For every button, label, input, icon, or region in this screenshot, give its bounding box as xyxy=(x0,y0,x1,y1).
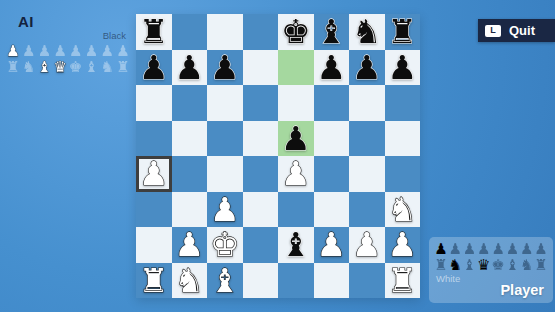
black-pawn-a7: ♟ xyxy=(139,50,169,86)
tray-row: ♟♟♟♟♟♟♟♟ xyxy=(6,43,130,59)
captured-black-pawn-icon: ♟ xyxy=(448,241,462,257)
captured-white-pawn-icon: ♟ xyxy=(69,43,83,59)
square-f5[interactable] xyxy=(314,121,350,157)
square-b5[interactable] xyxy=(172,121,208,157)
square-g1[interactable] xyxy=(349,263,385,299)
square-e6[interactable] xyxy=(278,85,314,121)
white-pawn-h2: ♟ xyxy=(387,227,417,263)
square-a8[interactable]: ♜ xyxy=(136,14,172,50)
square-g3[interactable] xyxy=(349,192,385,228)
white-bishop-c1: ♝ xyxy=(210,263,240,299)
square-c4[interactable] xyxy=(207,156,243,192)
tray-row: ♜♞♝♛♚♝♞♜ xyxy=(434,257,548,273)
square-b7[interactable]: ♟ xyxy=(172,50,208,86)
captured-white-king-icon: ♚ xyxy=(69,59,83,75)
square-h3[interactable]: ♞ xyxy=(385,192,421,228)
black-pawn-f7: ♟ xyxy=(316,50,346,86)
quit-button[interactable]: L Quit xyxy=(478,19,555,42)
square-f4[interactable] xyxy=(314,156,350,192)
square-d2[interactable] xyxy=(243,227,279,263)
square-e7[interactable] xyxy=(278,50,314,86)
white-pawn-e4: ♟ xyxy=(281,156,311,192)
player-panel: ♟♟♟♟♟♟♟♟♜♞♝♛♚♝♞♜ White Player xyxy=(429,237,553,303)
square-h1[interactable]: ♜ xyxy=(385,263,421,299)
white-pawn-g2: ♟ xyxy=(352,227,382,263)
captured-black-pawn-icon: ♟ xyxy=(491,241,505,257)
square-g4[interactable] xyxy=(349,156,385,192)
square-d1[interactable] xyxy=(243,263,279,299)
captured-white-pawn-icon: ♟ xyxy=(100,43,114,59)
square-c5[interactable] xyxy=(207,121,243,157)
square-h5[interactable] xyxy=(385,121,421,157)
quit-button-label: Quit xyxy=(509,23,535,38)
square-b3[interactable] xyxy=(172,192,208,228)
captured-white-bishop-icon: ♝ xyxy=(85,59,99,75)
square-a6[interactable] xyxy=(136,85,172,121)
captured-white-pawn-icon: ♟ xyxy=(37,43,51,59)
square-h4[interactable] xyxy=(385,156,421,192)
captured-black-rook-icon: ♜ xyxy=(534,257,548,273)
captured-white-rook-icon: ♜ xyxy=(6,59,20,75)
player-side-label: White xyxy=(436,273,460,284)
square-d7[interactable] xyxy=(243,50,279,86)
square-f8[interactable]: ♝ xyxy=(314,14,350,50)
square-a4[interactable]: ♟ xyxy=(136,156,172,192)
captured-black-pawn-icon: ♟ xyxy=(477,241,491,257)
square-b8[interactable] xyxy=(172,14,208,50)
captured-white-pawn-icon: ♟ xyxy=(116,43,130,59)
square-e4[interactable]: ♟ xyxy=(278,156,314,192)
square-d8[interactable] xyxy=(243,14,279,50)
square-e2[interactable]: ♝ xyxy=(278,227,314,263)
captured-black-king-icon: ♚ xyxy=(491,257,505,273)
square-a7[interactable]: ♟ xyxy=(136,50,172,86)
square-g7[interactable]: ♟ xyxy=(349,50,385,86)
captured-black-pawn-icon: ♟ xyxy=(534,241,548,257)
black-bishop-f8: ♝ xyxy=(316,14,346,50)
game-screen: AI Black ♟♟♟♟♟♟♟♟♜♞♝♛♚♝♞♜ ♜♚♝♞♜♟♟♟♟♟♟♟♟♟… xyxy=(0,0,555,312)
square-d4[interactable] xyxy=(243,156,279,192)
black-rook-h8: ♜ xyxy=(387,14,417,50)
opponent-side-label: Black xyxy=(20,30,126,41)
square-g2[interactable]: ♟ xyxy=(349,227,385,263)
captured-white-queen-icon: ♛ xyxy=(53,59,67,75)
square-f3[interactable] xyxy=(314,192,350,228)
captured-white-pawn-icon: ♟ xyxy=(22,43,36,59)
captured-black-knight-icon: ♞ xyxy=(448,257,462,273)
captured-black-rook-icon: ♜ xyxy=(434,257,448,273)
tray-row: ♜♞♝♛♚♝♞♜ xyxy=(6,59,130,75)
square-g5[interactable] xyxy=(349,121,385,157)
square-h7[interactable]: ♟ xyxy=(385,50,421,86)
white-rook-a1: ♜ xyxy=(139,263,169,299)
square-d3[interactable] xyxy=(243,192,279,228)
square-c3[interactable]: ♟ xyxy=(207,192,243,228)
square-d5[interactable] xyxy=(243,121,279,157)
chess-board[interactable]: ♜♚♝♞♜♟♟♟♟♟♟♟♟♟♟♞♟♚♝♟♟♟♜♞♝♜ xyxy=(136,14,420,298)
captured-white-pawn-icon: ♟ xyxy=(85,43,99,59)
black-bishop-e2: ♝ xyxy=(281,227,311,263)
square-b6[interactable] xyxy=(172,85,208,121)
white-pawn-a4: ♟ xyxy=(139,156,169,192)
square-e5[interactable]: ♟ xyxy=(278,121,314,157)
black-pawn-g7: ♟ xyxy=(352,50,382,86)
square-e8[interactable]: ♚ xyxy=(278,14,314,50)
square-c2[interactable]: ♚ xyxy=(207,227,243,263)
square-e1[interactable] xyxy=(278,263,314,299)
player-name: Player xyxy=(500,282,544,298)
white-pawn-c3: ♟ xyxy=(210,192,240,228)
captured-black-pawn-icon: ♟ xyxy=(520,241,534,257)
captured-white-rook-icon: ♜ xyxy=(116,59,130,75)
square-c1[interactable]: ♝ xyxy=(207,263,243,299)
captured-pieces-tray-black-player: ♟♟♟♟♟♟♟♟♜♞♝♛♚♝♞♜ xyxy=(6,43,130,75)
captured-white-knight-icon: ♞ xyxy=(100,59,114,75)
white-knight-b1: ♞ xyxy=(174,263,204,299)
square-b2[interactable]: ♟ xyxy=(172,227,208,263)
white-knight-h3: ♞ xyxy=(387,192,417,228)
black-rook-a8: ♜ xyxy=(139,14,169,50)
captured-black-pawn-icon: ♟ xyxy=(505,241,519,257)
square-b1[interactable]: ♞ xyxy=(172,263,208,299)
captured-white-bishop-icon: ♝ xyxy=(37,59,51,75)
square-c8[interactable] xyxy=(207,14,243,50)
captured-white-pawn-icon: ♟ xyxy=(53,43,67,59)
square-c6[interactable] xyxy=(207,85,243,121)
square-a2[interactable] xyxy=(136,227,172,263)
square-f2[interactable]: ♟ xyxy=(314,227,350,263)
captured-pieces-tray-white-player: ♟♟♟♟♟♟♟♟♜♞♝♛♚♝♞♜ xyxy=(434,241,548,273)
white-pawn-b2: ♟ xyxy=(174,227,204,263)
black-pawn-h7: ♟ xyxy=(387,50,417,86)
square-h8[interactable]: ♜ xyxy=(385,14,421,50)
tray-row: ♟♟♟♟♟♟♟♟ xyxy=(434,241,548,257)
captured-black-queen-icon: ♛ xyxy=(477,257,491,273)
black-king-e8: ♚ xyxy=(281,14,311,50)
black-pawn-e5: ♟ xyxy=(281,121,311,157)
key-hint-badge: L xyxy=(485,25,501,37)
white-king-c2: ♚ xyxy=(210,227,240,263)
square-f7[interactable]: ♟ xyxy=(314,50,350,86)
captured-white-pawn-icon: ♟ xyxy=(6,43,20,59)
square-g8[interactable]: ♞ xyxy=(349,14,385,50)
captured-black-pawn-icon: ♟ xyxy=(434,241,448,257)
captured-black-bishop-icon: ♝ xyxy=(505,257,519,273)
square-a5[interactable] xyxy=(136,121,172,157)
opponent-name: AI xyxy=(18,13,34,30)
square-c7[interactable]: ♟ xyxy=(207,50,243,86)
square-b4[interactable] xyxy=(172,156,208,192)
black-knight-g8: ♞ xyxy=(352,14,382,50)
captured-white-knight-icon: ♞ xyxy=(22,59,36,75)
square-e3[interactable] xyxy=(278,192,314,228)
captured-black-pawn-icon: ♟ xyxy=(463,241,477,257)
square-f6[interactable] xyxy=(314,85,350,121)
square-a3[interactable] xyxy=(136,192,172,228)
square-h6[interactable] xyxy=(385,85,421,121)
captured-black-knight-icon: ♞ xyxy=(520,257,534,273)
black-pawn-b7: ♟ xyxy=(174,50,204,86)
white-pawn-f2: ♟ xyxy=(316,227,346,263)
square-g6[interactable] xyxy=(349,85,385,121)
square-h2[interactable]: ♟ xyxy=(385,227,421,263)
square-d6[interactable] xyxy=(243,85,279,121)
white-rook-h1: ♜ xyxy=(387,263,417,299)
black-pawn-c7: ♟ xyxy=(210,50,240,86)
square-a1[interactable]: ♜ xyxy=(136,263,172,299)
captured-black-bishop-icon: ♝ xyxy=(463,257,477,273)
square-f1[interactable] xyxy=(314,263,350,299)
